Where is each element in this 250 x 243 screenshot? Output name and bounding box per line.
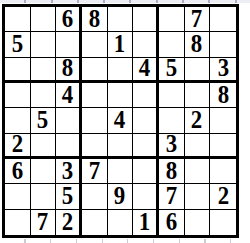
cell-r7c4[interactable]: 7 <box>82 159 108 184</box>
digit: 7 <box>37 210 48 235</box>
cell-r9c7[interactable]: 6 <box>159 210 185 235</box>
digit: 6 <box>166 210 177 235</box>
cell-r4c8[interactable] <box>185 83 211 108</box>
digit: 6 <box>62 7 73 32</box>
cell-r2c4[interactable] <box>82 32 108 57</box>
digit: 8 <box>89 7 100 32</box>
cell-r1c6[interactable] <box>133 7 159 32</box>
digit: 1 <box>139 210 150 235</box>
cell-r7c9[interactable] <box>210 159 236 184</box>
digit: 8 <box>62 58 73 83</box>
cell-r4c7[interactable] <box>159 83 185 108</box>
cell-r5c8[interactable]: 2 <box>185 108 211 133</box>
cell-r9c8[interactable] <box>185 210 211 235</box>
cell-r1c4[interactable]: 8 <box>82 7 108 32</box>
cell-r2c3[interactable] <box>56 32 82 57</box>
cell-r9c5[interactable] <box>108 210 134 235</box>
digit: 2 <box>217 184 228 209</box>
digit: 5 <box>12 32 23 57</box>
cell-r8c1[interactable] <box>5 184 31 209</box>
cell-r3c6[interactable]: 4 <box>133 58 159 83</box>
cell-r9c4[interactable] <box>82 210 108 235</box>
cell-r6c6[interactable] <box>133 134 159 159</box>
digit: 2 <box>12 134 23 159</box>
cell-r9c1[interactable] <box>5 210 31 235</box>
digit: 6 <box>12 159 23 184</box>
digit: 7 <box>89 159 100 184</box>
sudoku-screen: 68751884534854223637859727216 <box>0 0 250 243</box>
digit: 4 <box>114 108 125 133</box>
digit: 2 <box>62 210 73 235</box>
cell-r5c6[interactable] <box>133 108 159 133</box>
cell-r6c3[interactable] <box>56 134 82 159</box>
cell-r1c1[interactable] <box>5 7 31 32</box>
digit: 5 <box>166 58 177 83</box>
cell-r4c2[interactable] <box>31 83 57 108</box>
sudoku-board: 68751884534854223637859727216 <box>2 4 239 238</box>
digit: 8 <box>166 159 177 184</box>
cell-r9c9[interactable] <box>210 210 236 235</box>
cell-r8c4[interactable] <box>82 184 108 209</box>
cell-r2c2[interactable] <box>31 32 57 57</box>
cell-r8c7[interactable]: 7 <box>159 184 185 209</box>
cell-r3c8[interactable] <box>185 58 211 83</box>
cell-r6c5[interactable] <box>108 134 134 159</box>
cell-r5c1[interactable] <box>5 108 31 133</box>
cell-r3c3[interactable]: 8 <box>56 58 82 83</box>
digit: 9 <box>114 184 125 209</box>
cell-r9c3[interactable]: 2 <box>56 210 82 235</box>
cell-r1c5[interactable] <box>108 7 134 32</box>
grid-tick-strip-bottom <box>0 239 250 243</box>
cell-r4c5[interactable] <box>108 83 134 108</box>
digit: 5 <box>62 184 73 209</box>
cell-r7c1[interactable]: 6 <box>5 159 31 184</box>
cell-r5c3[interactable] <box>56 108 82 133</box>
cell-r1c2[interactable] <box>31 7 57 32</box>
cell-r7c2[interactable] <box>31 159 57 184</box>
digit: 8 <box>191 32 202 57</box>
cell-r5c7[interactable] <box>159 108 185 133</box>
digit: 3 <box>62 159 73 184</box>
cell-r5c5[interactable]: 4 <box>108 108 134 133</box>
grid-tick-strip-top <box>0 0 250 3</box>
digit: 1 <box>114 32 125 57</box>
digit: 7 <box>166 184 177 209</box>
cell-r4c1[interactable] <box>5 83 31 108</box>
cell-r8c9[interactable]: 2 <box>210 184 236 209</box>
cell-r6c4[interactable] <box>82 134 108 159</box>
cell-r1c7[interactable] <box>159 7 185 32</box>
cell-r9c2[interactable]: 7 <box>31 210 57 235</box>
digit: 4 <box>62 83 73 108</box>
digit: 4 <box>139 58 150 83</box>
cell-r4c3[interactable]: 4 <box>56 83 82 108</box>
cell-r8c5[interactable]: 9 <box>108 184 134 209</box>
cell-r6c9[interactable] <box>210 134 236 159</box>
cell-r7c6[interactable] <box>133 159 159 184</box>
cell-r4c6[interactable] <box>133 83 159 108</box>
digit: 5 <box>37 108 48 133</box>
digit: 7 <box>191 7 202 32</box>
cell-r6c2[interactable] <box>31 134 57 159</box>
digit: 3 <box>166 134 177 159</box>
cell-r2c6[interactable] <box>133 32 159 57</box>
cell-r8c2[interactable] <box>31 184 57 209</box>
cell-r6c1[interactable]: 2 <box>5 134 31 159</box>
digit: 3 <box>217 58 228 83</box>
cell-r2c1[interactable]: 5 <box>5 32 31 57</box>
cell-r8c6[interactable] <box>133 184 159 209</box>
cell-r7c5[interactable] <box>108 159 134 184</box>
cell-r8c8[interactable] <box>185 184 211 209</box>
cell-r4c9[interactable]: 8 <box>210 83 236 108</box>
cell-r9c6[interactable]: 1 <box>133 210 159 235</box>
cell-r1c8[interactable]: 7 <box>185 7 211 32</box>
cell-r3c2[interactable] <box>31 58 57 83</box>
cell-r3c9[interactable]: 3 <box>210 58 236 83</box>
cell-r2c7[interactable] <box>159 32 185 57</box>
cell-r7c8[interactable] <box>185 159 211 184</box>
cell-r2c9[interactable] <box>210 32 236 57</box>
cell-r1c9[interactable] <box>210 7 236 32</box>
cell-r3c4[interactable] <box>82 58 108 83</box>
cell-r8c3[interactable]: 5 <box>56 184 82 209</box>
cell-r1c3[interactable]: 6 <box>56 7 82 32</box>
cell-r6c7[interactable]: 3 <box>159 134 185 159</box>
cell-r6c8[interactable] <box>185 134 211 159</box>
cell-r5c4[interactable] <box>82 108 108 133</box>
cell-r7c3[interactable]: 3 <box>56 159 82 184</box>
cell-r3c7[interactable]: 5 <box>159 58 185 83</box>
cell-r2c8[interactable]: 8 <box>185 32 211 57</box>
cell-r5c2[interactable]: 5 <box>31 108 57 133</box>
cell-r3c1[interactable] <box>5 58 31 83</box>
cell-r5c9[interactable] <box>210 108 236 133</box>
cell-r7c7[interactable]: 8 <box>159 159 185 184</box>
cell-r3c5[interactable] <box>108 58 134 83</box>
cell-r4c4[interactable] <box>82 83 108 108</box>
digit: 2 <box>191 108 202 133</box>
cell-r2c5[interactable]: 1 <box>108 32 134 57</box>
digit: 8 <box>217 83 228 108</box>
